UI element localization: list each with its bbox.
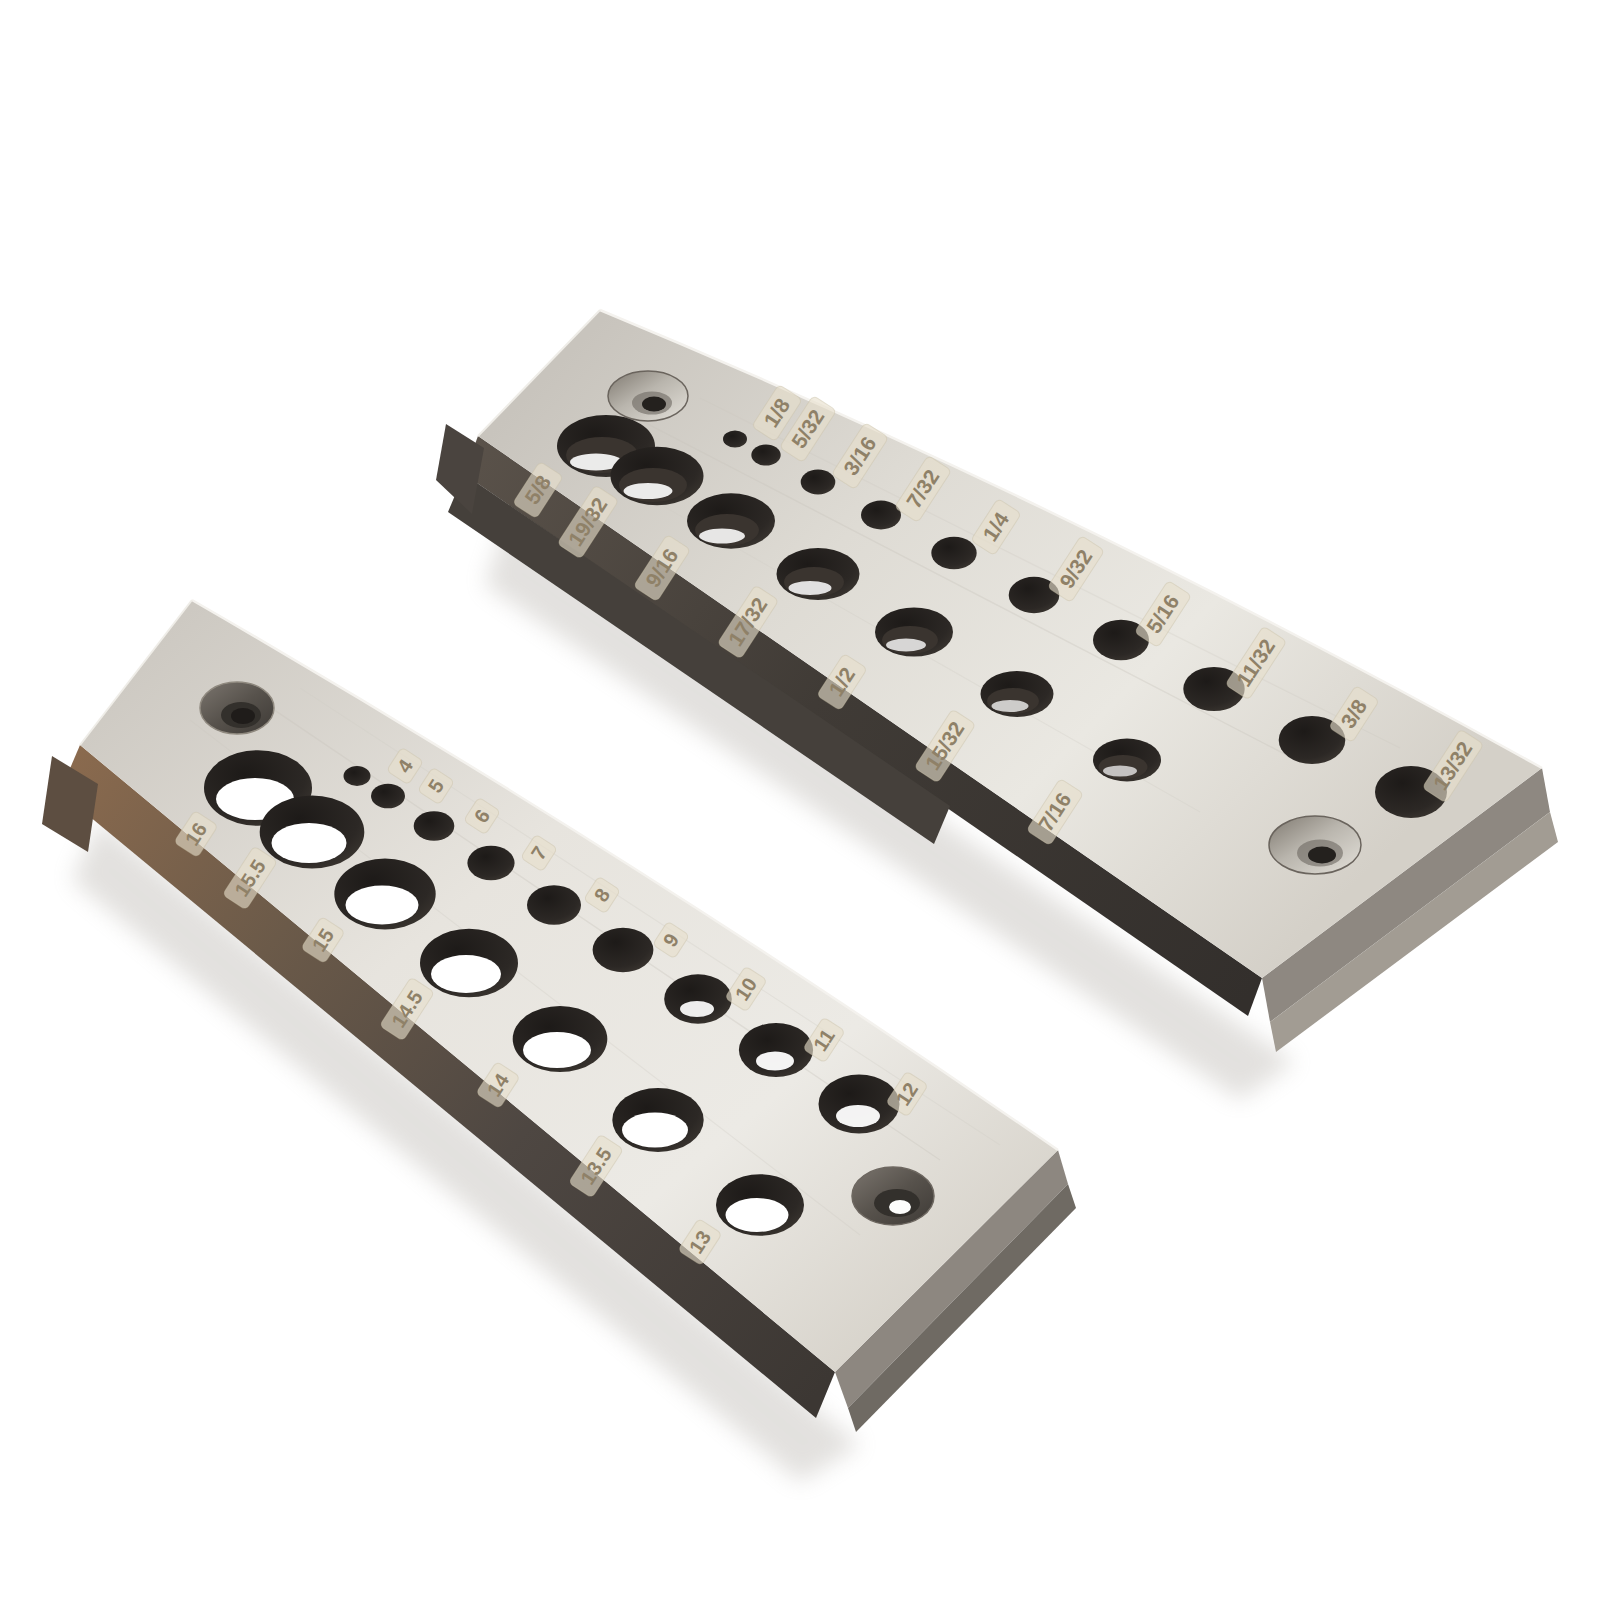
metric-hole-13.5: [612, 1088, 703, 1152]
metric-hole-11: [739, 1023, 813, 1077]
countersink-bore: [1308, 847, 1336, 864]
imperial-countersink-bottom: [1269, 816, 1361, 874]
imperial-hole-1/8: [723, 430, 747, 447]
photo-canvas: 4 5 6 7 8 9 10 11: [0, 0, 1600, 1600]
imperial-hole-7/16: [1093, 739, 1161, 782]
metric-hole-9: [593, 928, 654, 972]
metric-hole-10: [664, 974, 732, 1023]
imperial-hole-3/16: [801, 470, 836, 495]
countersink-through-hole: [889, 1200, 911, 1214]
metric-hole-15.5: [260, 795, 365, 868]
metric-hole-7: [467, 846, 514, 880]
imperial-hole-1/2: [875, 607, 953, 656]
metric-hole-14.5: [420, 929, 518, 998]
countersink-bore: [642, 397, 666, 412]
metric-hole-8: [527, 885, 581, 924]
imperial-countersink-top: [608, 371, 688, 421]
imperial-hole-1/4: [931, 537, 976, 570]
metric-hole-5: [371, 784, 405, 809]
imperial-hole-17/32: [777, 548, 860, 600]
imperial-hole-7/32: [861, 501, 901, 530]
drill-gauge-photo: 4 5 6 7 8 9 10 11: [0, 0, 1600, 1600]
metric-hole-14: [513, 1006, 608, 1072]
imperial-hole-19/32: [611, 447, 704, 506]
imperial-hole-15/32: [981, 671, 1054, 717]
imperial-hole-5/32: [751, 444, 780, 465]
imperial-hole-9/16: [687, 493, 775, 548]
metric-hole-15: [334, 859, 435, 930]
metric-hole-6: [414, 811, 455, 841]
metric-countersink-top: [200, 682, 274, 734]
metric-countersink-bottom: [852, 1167, 934, 1225]
countersink-bore: [231, 708, 255, 724]
metric-hole-13: [716, 1174, 804, 1236]
metric-hole-4: [344, 766, 371, 786]
metric-hole-12: [819, 1074, 900, 1133]
